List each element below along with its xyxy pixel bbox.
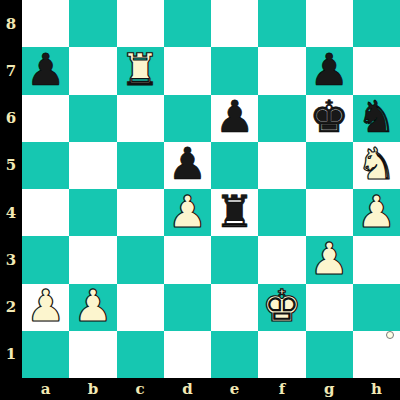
chess-diagram: 87♟♜♟6♟♚♞5♟♞4♟♜♟3♟2♟♟♚1abcdefgh — [0, 0, 400, 400]
white-to-move-indicator — [386, 331, 394, 339]
square-f5[interactable] — [258, 142, 305, 189]
square-h8[interactable] — [353, 0, 400, 47]
file-label-a: a — [22, 378, 69, 400]
square-b7[interactable] — [69, 47, 116, 94]
file-label-d: d — [164, 378, 211, 400]
square-c3[interactable] — [117, 236, 164, 283]
piece-black-pawn: ♟ — [309, 48, 348, 92]
piece-black-king: ♚ — [309, 95, 348, 139]
square-g7[interactable]: ♟ — [306, 47, 353, 94]
rank-label-3: 3 — [0, 236, 22, 283]
square-f8[interactable] — [258, 0, 305, 47]
square-e2[interactable] — [211, 284, 258, 331]
rank-label-4: 4 — [0, 189, 22, 236]
square-e3[interactable] — [211, 236, 258, 283]
piece-white-pawn: ♟ — [309, 237, 348, 281]
file-label-e: e — [211, 378, 258, 400]
square-a8[interactable] — [22, 0, 69, 47]
rank-label-8: 8 — [0, 0, 22, 47]
square-g1[interactable] — [306, 331, 353, 378]
square-h4[interactable]: ♟ — [353, 189, 400, 236]
piece-black-pawn: ♟ — [215, 95, 254, 139]
square-a7[interactable]: ♟ — [22, 47, 69, 94]
square-b3[interactable] — [69, 236, 116, 283]
square-g5[interactable] — [306, 142, 353, 189]
square-g4[interactable] — [306, 189, 353, 236]
piece-black-rook: ♜ — [215, 190, 254, 234]
square-f6[interactable] — [258, 95, 305, 142]
rank-label-2: 2 — [0, 284, 22, 331]
square-d5[interactable]: ♟ — [164, 142, 211, 189]
rank-label-5: 5 — [0, 142, 22, 189]
square-c5[interactable] — [117, 142, 164, 189]
square-e1[interactable] — [211, 331, 258, 378]
square-h2[interactable] — [353, 284, 400, 331]
piece-black-knight: ♞ — [357, 95, 396, 139]
square-b5[interactable] — [69, 142, 116, 189]
square-h6[interactable]: ♞ — [353, 95, 400, 142]
square-a6[interactable] — [22, 95, 69, 142]
square-a5[interactable] — [22, 142, 69, 189]
piece-white-pawn: ♟ — [168, 190, 207, 234]
board-layout: 87♟♜♟6♟♚♞5♟♞4♟♜♟3♟2♟♟♚1abcdefgh — [0, 0, 400, 400]
square-d8[interactable] — [164, 0, 211, 47]
file-label-b: b — [69, 378, 116, 400]
piece-white-king: ♚ — [262, 284, 301, 328]
square-f4[interactable] — [258, 189, 305, 236]
square-a4[interactable] — [22, 189, 69, 236]
square-g8[interactable] — [306, 0, 353, 47]
file-label-h: h — [353, 378, 400, 400]
rank-label-1: 1 — [0, 331, 22, 378]
square-c8[interactable] — [117, 0, 164, 47]
square-e6[interactable]: ♟ — [211, 95, 258, 142]
square-f1[interactable] — [258, 331, 305, 378]
square-b1[interactable] — [69, 331, 116, 378]
square-h1[interactable] — [353, 331, 400, 378]
piece-white-pawn: ♟ — [357, 190, 396, 234]
square-b6[interactable] — [69, 95, 116, 142]
square-c1[interactable] — [117, 331, 164, 378]
square-f7[interactable] — [258, 47, 305, 94]
rank-label-7: 7 — [0, 47, 22, 94]
piece-white-knight: ♞ — [357, 142, 396, 186]
square-c7[interactable]: ♜ — [117, 47, 164, 94]
square-c6[interactable] — [117, 95, 164, 142]
rank-label-6: 6 — [0, 95, 22, 142]
square-g3[interactable]: ♟ — [306, 236, 353, 283]
corner-cell — [0, 378, 22, 400]
square-a1[interactable] — [22, 331, 69, 378]
square-a3[interactable] — [22, 236, 69, 283]
piece-black-pawn: ♟ — [26, 48, 65, 92]
square-f3[interactable] — [258, 236, 305, 283]
square-h3[interactable] — [353, 236, 400, 283]
file-label-c: c — [117, 378, 164, 400]
file-label-g: g — [306, 378, 353, 400]
square-b2[interactable]: ♟ — [69, 284, 116, 331]
square-e4[interactable]: ♜ — [211, 189, 258, 236]
square-e7[interactable] — [211, 47, 258, 94]
square-b4[interactable] — [69, 189, 116, 236]
piece-white-pawn: ♟ — [73, 284, 112, 328]
file-label-f: f — [258, 378, 305, 400]
square-c2[interactable] — [117, 284, 164, 331]
square-d2[interactable] — [164, 284, 211, 331]
piece-white-pawn: ♟ — [26, 284, 65, 328]
square-h5[interactable]: ♞ — [353, 142, 400, 189]
square-c4[interactable] — [117, 189, 164, 236]
square-d7[interactable] — [164, 47, 211, 94]
square-h7[interactable] — [353, 47, 400, 94]
square-d4[interactable]: ♟ — [164, 189, 211, 236]
piece-black-pawn: ♟ — [168, 142, 207, 186]
square-b8[interactable] — [69, 0, 116, 47]
square-e8[interactable] — [211, 0, 258, 47]
square-d1[interactable] — [164, 331, 211, 378]
square-e5[interactable] — [211, 142, 258, 189]
piece-white-rook: ♜ — [120, 48, 159, 92]
square-d6[interactable] — [164, 95, 211, 142]
square-f2[interactable]: ♚ — [258, 284, 305, 331]
square-a2[interactable]: ♟ — [22, 284, 69, 331]
square-g6[interactable]: ♚ — [306, 95, 353, 142]
square-g2[interactable] — [306, 284, 353, 331]
square-d3[interactable] — [164, 236, 211, 283]
